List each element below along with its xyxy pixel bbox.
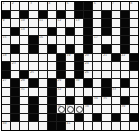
black-cell-r13c4 — [29, 105, 37, 113]
black-cell-r9c3 — [20, 71, 28, 79]
grid-cell-r11c4[interactable] — [29, 88, 37, 96]
grid-cell-r15c12[interactable] — [102, 122, 110, 130]
clue-number: 2 — [12, 2, 14, 5]
grid-cell-r4c13[interactable] — [112, 28, 120, 36]
grid-cell-r5c12[interactable] — [102, 36, 110, 44]
grid-cell-r5c8[interactable] — [66, 36, 74, 44]
clue-number: 21 — [103, 54, 107, 57]
black-cell-r2c14 — [121, 11, 129, 19]
black-cell-r2c9 — [75, 11, 83, 19]
grid-cell-r8c10[interactable]: 24 — [84, 62, 92, 70]
black-cell-r10c14 — [121, 79, 129, 87]
circle-mark — [76, 106, 83, 113]
grid-cell-r11c11[interactable] — [93, 88, 101, 96]
black-cell-r1c9 — [75, 2, 83, 10]
clue-number: 17 — [94, 36, 98, 39]
grid-cell-r6c13[interactable] — [112, 45, 120, 53]
grid-cell-r11c7[interactable]: 32 — [57, 88, 65, 96]
clue-number: 18 — [3, 54, 7, 57]
black-cell-r13c2 — [11, 105, 19, 113]
black-cell-r11c2 — [11, 88, 19, 96]
clue-number: 13 — [76, 19, 80, 22]
grid-cell-r4c9[interactable] — [75, 28, 83, 36]
clue-number: 24 — [85, 62, 89, 65]
black-cell-r12c2 — [11, 97, 19, 105]
grid-cell-r3c15[interactable] — [130, 19, 138, 27]
clue-number: 35 — [103, 97, 107, 100]
black-cell-r10c10 — [84, 79, 92, 87]
black-cell-r9c9 — [75, 71, 83, 79]
grid-cell-r1c8[interactable]: 5 — [66, 2, 74, 10]
grid-cell-r9c4[interactable]: 25 — [29, 71, 37, 79]
grid-cell-r8c14[interactable] — [121, 62, 129, 70]
black-cell-r5c4 — [29, 36, 37, 44]
grid-cell-r14c1[interactable] — [2, 114, 10, 122]
black-cell-r7c7 — [57, 54, 65, 62]
clue-number: 12 — [57, 19, 61, 22]
grid-cell-r3c3[interactable]: 10 — [20, 19, 28, 27]
grid-cell-r15c9[interactable] — [75, 122, 83, 130]
clue-number: 5 — [66, 2, 68, 5]
grid-cell-r1c15[interactable]: 8 — [130, 2, 138, 10]
grid-cell-r11c9[interactable] — [75, 88, 83, 96]
circle-mark — [67, 106, 74, 113]
black-cell-r7c13 — [112, 54, 120, 62]
grid-cell-r3c13[interactable] — [112, 19, 120, 27]
clue-number: 31 — [21, 88, 25, 91]
grid-cell-r8c12[interactable] — [102, 62, 110, 70]
grid-cell-r10c15[interactable] — [130, 79, 138, 87]
grid-cell-r9c5[interactable] — [39, 71, 47, 79]
black-cell-r14c4 — [29, 114, 37, 122]
clue-number: 28 — [21, 79, 25, 82]
grid-cell-r2c2[interactable] — [11, 11, 19, 19]
black-cell-r10c6 — [48, 79, 56, 87]
grid-cell-r14c3[interactable] — [20, 114, 28, 122]
grid-cell-r10c13[interactable] — [112, 79, 120, 87]
clue-number: 7 — [112, 2, 114, 5]
black-cell-r7c9 — [75, 54, 83, 62]
grid-cell-r13c12[interactable] — [102, 105, 110, 113]
grid-cell-r15c4[interactable] — [29, 122, 37, 130]
clue-number: 23 — [12, 62, 16, 65]
grid-cell-r2c8[interactable] — [66, 11, 74, 19]
clue-number: 26 — [85, 71, 89, 74]
black-cell-r14c15 — [130, 114, 138, 122]
grid-cell-r10c9[interactable]: 30 — [75, 79, 83, 87]
grid-cell-r11c8[interactable] — [66, 88, 74, 96]
grid-cell-r13c9[interactable] — [75, 105, 83, 113]
grid-cell-r2c11[interactable] — [93, 11, 101, 19]
black-cell-r3c14 — [121, 19, 129, 27]
clue-number: 29 — [57, 79, 61, 82]
grid-cell-r1c11[interactable]: 6 — [93, 2, 101, 10]
black-cell-r4c6 — [48, 28, 56, 36]
black-cell-r14c7 — [57, 114, 65, 122]
black-cell-r14c2 — [11, 114, 19, 122]
black-cell-r12c10 — [84, 97, 92, 105]
grid-cell-r6c7[interactable] — [57, 45, 65, 53]
grid-cell-r15c1[interactable]: 40 — [2, 122, 10, 130]
grid-cell-r9c12[interactable] — [102, 71, 110, 79]
grid-cell-r8c2[interactable]: 23 — [11, 62, 19, 70]
black-cell-r6c12 — [102, 45, 110, 53]
black-cell-r15c7 — [57, 122, 65, 130]
grid-cell-r10c5[interactable] — [39, 79, 47, 87]
grid-cell-r13c5[interactable] — [39, 105, 47, 113]
grid-cell-r8c4[interactable] — [29, 62, 37, 70]
grid-cell-r12c12[interactable]: 35 — [102, 97, 110, 105]
grid-cell-r8c11[interactable] — [93, 62, 101, 70]
grid-cell-r11c1[interactable] — [2, 88, 10, 96]
grid-cell-r8c6[interactable] — [48, 62, 56, 70]
grid-cell-r1c5[interactable] — [39, 2, 47, 10]
crossword-board: 1234567891011121314151617181920212223242… — [0, 0, 140, 132]
grid-cell-r1c12[interactable] — [102, 2, 110, 10]
grid-cell-r7c1[interactable]: 18 — [2, 54, 10, 62]
grid-cell-r6c15[interactable] — [130, 45, 138, 53]
grid-cell-r12c1[interactable] — [2, 97, 10, 105]
grid-cell-r5c2[interactable] — [11, 36, 19, 44]
clue-number: 8 — [130, 2, 132, 5]
grid-cell-r6c9[interactable] — [75, 45, 83, 53]
grid-cell-r1c2[interactable]: 2 — [11, 2, 19, 10]
black-cell-r2c1 — [2, 11, 10, 19]
black-cell-r15c6 — [48, 122, 56, 130]
black-cell-r8c7 — [57, 62, 65, 70]
black-cell-r3c12 — [102, 19, 110, 27]
grid-cell-r11c3[interactable]: 31 — [20, 88, 28, 96]
black-cell-r14c6 — [48, 114, 56, 122]
grid-cell-r11c14[interactable] — [121, 88, 129, 96]
black-cell-r10c12 — [102, 79, 110, 87]
grid-cell-r15c8[interactable]: 41 — [66, 122, 74, 130]
grid-cell-r2c4[interactable] — [29, 11, 37, 19]
grid-cell-r5c1[interactable]: 15 — [2, 36, 10, 44]
black-cell-r6c2 — [11, 45, 19, 53]
grid-cell-r6c3[interactable] — [20, 45, 28, 53]
grid-cell-r2c15[interactable] — [130, 11, 138, 19]
grid-cell-r9c14[interactable] — [121, 71, 129, 79]
black-cell-r8c15 — [130, 62, 138, 70]
grid-cell-r1c7[interactable] — [57, 2, 65, 10]
grid-cell-r3c9[interactable]: 13 — [75, 19, 83, 27]
black-cell-r9c1 — [2, 71, 10, 79]
black-cell-r4c14 — [121, 28, 129, 36]
grid-cell-r13c13[interactable] — [112, 105, 120, 113]
grid-cell-r10c11[interactable] — [93, 79, 101, 87]
black-cell-r2c12 — [102, 11, 110, 19]
black-cell-r7c15 — [130, 54, 138, 62]
grid-cell-r15c13[interactable] — [112, 122, 120, 130]
grid-cell-r1c3[interactable] — [20, 2, 28, 10]
grid-cell-r3c6[interactable] — [48, 19, 56, 27]
grid-cell-r9c8[interactable] — [66, 71, 74, 79]
grid-cell-r7c10[interactable]: 20 — [84, 54, 92, 62]
grid-cell-r10c1[interactable]: 27 — [2, 79, 10, 87]
grid-cell-r4c4[interactable] — [29, 28, 37, 36]
black-cell-r6c6 — [48, 45, 56, 53]
clue-number: 11 — [39, 19, 43, 22]
clue-number: 41 — [66, 122, 70, 125]
grid-cell-r14c5[interactable] — [39, 114, 47, 122]
grid-cell-r4c7[interactable] — [57, 28, 65, 36]
grid-cell-r12c11[interactable]: 34 — [93, 97, 101, 105]
grid-cell-r3c5[interactable]: 11 — [39, 19, 47, 27]
clue-number: 38 — [85, 105, 89, 108]
black-cell-r11c6 — [48, 88, 56, 96]
black-cell-r14c11 — [93, 114, 101, 122]
grid-cell-r7c14[interactable]: 22 — [121, 54, 129, 62]
grid-cell-r10c3[interactable]: 28 — [20, 79, 28, 87]
black-cell-r14c13 — [112, 114, 120, 122]
grid-cell-r12c15[interactable] — [130, 97, 138, 105]
grid-cell-r13c3[interactable] — [20, 105, 28, 113]
clue-number: 22 — [121, 54, 125, 57]
grid-cell-r13c1[interactable] — [2, 105, 10, 113]
grid-cell-r15c11[interactable] — [93, 122, 101, 130]
grid-cell-r7c12[interactable]: 21 — [102, 54, 110, 62]
grid-cell-r1c1[interactable]: 1 — [2, 2, 10, 10]
clue-number: 16 — [39, 36, 43, 39]
black-cell-r9c7 — [57, 71, 65, 79]
black-cell-r12c6 — [48, 97, 56, 105]
grid-cell-r8c3[interactable] — [20, 62, 28, 70]
grid-cell-r6c5[interactable] — [39, 45, 47, 53]
clue-number: 27 — [3, 79, 7, 82]
grid-cell-r4c11[interactable] — [93, 28, 101, 36]
black-cell-r6c14 — [121, 45, 129, 53]
grid-cell-r8c8[interactable] — [66, 62, 74, 70]
grid-cell-r1c13[interactable]: 7 — [112, 2, 120, 10]
black-cell-r14c9 — [75, 114, 83, 122]
grid-cell-r14c14[interactable] — [121, 114, 129, 122]
grid-cell-r5c9[interactable] — [75, 36, 83, 44]
grid-cell-r3c7[interactable]: 12 — [57, 19, 65, 27]
grid-cell-r15c2[interactable] — [11, 122, 19, 130]
grid-cell-r1c4[interactable]: 3 — [29, 2, 37, 10]
grid-cell-r8c13[interactable] — [112, 62, 120, 70]
clue-number: 9 — [3, 19, 5, 22]
grid-cell-r3c11[interactable] — [93, 19, 101, 27]
clue-number: 14 — [21, 28, 25, 31]
grid-cell-r7c3[interactable] — [20, 54, 28, 62]
grid-cell-r12c13[interactable] — [112, 97, 120, 105]
black-cell-r2c5 — [39, 11, 47, 19]
black-cell-r6c8 — [66, 45, 74, 53]
grid-cell-r14c8[interactable] — [66, 114, 74, 122]
grid-cell-r14c12[interactable] — [102, 114, 110, 122]
grid-cell-r13c11[interactable] — [93, 105, 101, 113]
grid-cell-r13c15[interactable] — [130, 105, 138, 113]
black-cell-r4c2 — [11, 28, 19, 36]
black-cell-r8c1 — [2, 62, 10, 70]
grid-cell-r11c10[interactable] — [84, 88, 92, 96]
grid-cell-r5c7[interactable] — [57, 36, 65, 44]
grid-cell-r7c2[interactable] — [11, 54, 19, 62]
clue-number: 19 — [66, 54, 70, 57]
clue-number: 32 — [57, 88, 61, 91]
black-cell-r2c3 — [20, 11, 28, 19]
grid-cell-r9c11[interactable] — [93, 71, 101, 79]
grid-cell-r10c7[interactable]: 29 — [57, 79, 65, 87]
clue-number: 39 — [121, 105, 125, 108]
grid-cell-r5c3[interactable] — [20, 36, 28, 44]
black-cell-r3c10 — [84, 19, 92, 27]
clue-number: 25 — [30, 71, 34, 74]
black-cell-r4c10 — [84, 28, 92, 36]
grid-cell-r13c14[interactable]: 39 — [121, 105, 129, 113]
black-cell-r5c10 — [84, 36, 92, 44]
grid-cell-r15c10[interactable] — [84, 122, 92, 130]
grid-cell-r13c10[interactable]: 38 — [84, 105, 92, 113]
black-cell-r6c4 — [29, 45, 37, 53]
grid-cell-r1c14[interactable] — [121, 2, 129, 10]
black-cell-r4c8 — [66, 28, 74, 36]
black-cell-r10c4 — [29, 79, 37, 87]
black-cell-r13c6 — [48, 105, 56, 113]
clue-number: 3 — [30, 2, 32, 5]
black-cell-r12c14 — [121, 97, 129, 105]
clue-number: 6 — [94, 2, 96, 5]
grid-cell-r14c10[interactable] — [84, 114, 92, 122]
grid-cell-r3c1[interactable]: 9 — [2, 19, 10, 27]
clue-number: 33 — [112, 88, 116, 91]
grid-cell-r9c10[interactable]: 26 — [84, 71, 92, 79]
grid-cell-r5c6[interactable] — [48, 36, 56, 44]
circle-mark — [58, 106, 65, 113]
grid-cell-r2c6[interactable] — [48, 11, 56, 19]
grid-cell-r4c15[interactable] — [130, 28, 138, 36]
grid-cell-r5c5[interactable]: 16 — [39, 36, 47, 44]
grid-cell-r11c13[interactable]: 33 — [112, 88, 120, 96]
grid-cell-r3c4[interactable] — [29, 19, 37, 27]
grid-cell-r2c13[interactable] — [112, 11, 120, 19]
clue-number: 20 — [85, 54, 89, 57]
grid-cell-r13c7[interactable]: 36 — [57, 105, 65, 113]
grid-cell-r12c9[interactable] — [75, 97, 83, 105]
grid-cell-r15c15[interactable] — [130, 122, 138, 130]
grid-cell-r15c14[interactable] — [121, 122, 129, 130]
clue-number: 30 — [76, 79, 80, 82]
grid-cell-r9c6[interactable] — [48, 71, 56, 79]
grid-cell-r7c5[interactable] — [39, 54, 47, 62]
grid-cell-r6c1[interactable] — [2, 45, 10, 53]
black-cell-r1c10 — [84, 2, 92, 10]
black-cell-r12c8 — [66, 97, 74, 105]
clue-number: 40 — [3, 122, 7, 125]
crossword-grid: 1234567891011121314151617181920212223242… — [1, 1, 139, 131]
grid-cell-r4c5[interactable] — [39, 28, 47, 36]
black-cell-r10c8 — [66, 79, 74, 87]
clue-number: 15 — [3, 36, 7, 39]
clue-number: 1 — [3, 2, 5, 5]
grid-cell-r11c15[interactable] — [130, 88, 138, 96]
grid-cell-r5c15[interactable] — [130, 36, 138, 44]
black-cell-r4c12 — [102, 28, 110, 36]
grid-cell-r11c5[interactable] — [39, 88, 47, 96]
grid-cell-r4c1[interactable] — [2, 28, 10, 36]
black-cell-r5c14 — [121, 36, 129, 44]
grid-cell-r6c11[interactable] — [93, 45, 101, 53]
black-cell-r8c9 — [75, 62, 83, 70]
grid-cell-r9c13[interactable] — [112, 71, 120, 79]
grid-cell-r15c5[interactable] — [39, 122, 47, 130]
clue-number: 10 — [21, 19, 25, 22]
grid-cell-r9c15[interactable] — [130, 71, 138, 79]
grid-cell-r9c2[interactable] — [11, 71, 19, 79]
grid-cell-r4c3[interactable]: 14 — [20, 28, 28, 36]
grid-cell-r3c2[interactable] — [11, 19, 19, 27]
grid-cell-r12c7[interactable] — [57, 97, 65, 105]
grid-cell-r15c3[interactable] — [20, 122, 28, 130]
grid-cell-r5c11[interactable]: 17 — [93, 36, 101, 44]
black-cell-r12c4 — [29, 97, 37, 105]
black-cell-r10c2 — [11, 79, 19, 87]
black-cell-r11c12 — [102, 88, 110, 96]
black-cell-r2c10 — [84, 11, 92, 19]
grid-cell-r7c11[interactable] — [93, 54, 101, 62]
grid-cell-r7c4[interactable] — [29, 54, 37, 62]
grid-cell-r13c8[interactable]: 37 — [66, 105, 74, 113]
grid-cell-r12c3[interactable] — [20, 97, 28, 105]
clue-number: 4 — [48, 2, 50, 5]
black-cell-r2c7 — [57, 11, 65, 19]
grid-cell-r5c13[interactable] — [112, 36, 120, 44]
black-cell-r6c10 — [84, 45, 92, 53]
clue-number: 34 — [94, 97, 98, 100]
grid-cell-r7c6[interactable] — [48, 54, 56, 62]
grid-cell-r3c8[interactable] — [66, 19, 74, 27]
grid-cell-r7c8[interactable]: 19 — [66, 54, 74, 62]
grid-cell-r8c5[interactable] — [39, 62, 47, 70]
grid-cell-r12c5[interactable] — [39, 97, 47, 105]
grid-cell-r1c6[interactable]: 4 — [48, 2, 56, 10]
